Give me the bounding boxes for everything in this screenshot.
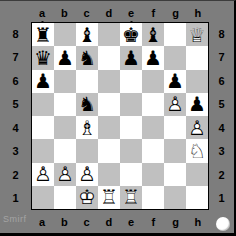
piece-white-knight[interactable]: ♞♘ <box>186 139 208 162</box>
square-d3[interactable] <box>98 139 120 162</box>
piece-outline: ♕ <box>186 23 208 46</box>
piece-white-pawn[interactable]: ♟♙ <box>164 93 186 116</box>
rank-right-label-3: 3 <box>209 140 234 164</box>
rank-right-label-7: 7 <box>209 46 234 70</box>
square-d2[interactable] <box>98 163 120 186</box>
rank-labels-left: 87654321 <box>0 22 31 210</box>
file-bottom-label-d: d <box>98 214 120 229</box>
rank-left-label-5: 5 <box>0 93 31 117</box>
square-b4[interactable] <box>54 116 76 139</box>
piece-black-pawn[interactable]: ♟ <box>142 46 164 69</box>
square-h6[interactable] <box>186 70 208 93</box>
piece-glyph: ♝ <box>142 23 164 46</box>
square-f5[interactable] <box>142 93 164 116</box>
file-top-label-f: f <box>142 5 164 20</box>
square-a3[interactable] <box>32 139 54 162</box>
square-b2[interactable]: ♟♙ <box>54 163 76 186</box>
square-c2[interactable]: ♟♙ <box>76 163 98 186</box>
square-a4[interactable] <box>32 116 54 139</box>
piece-black-pawn[interactable]: ♟ <box>186 93 208 116</box>
piece-glyph: ♚ <box>120 23 142 46</box>
file-labels-top: abcdefgh <box>31 5 209 20</box>
square-f7[interactable]: ♟ <box>142 46 164 69</box>
square-e6[interactable] <box>120 70 142 93</box>
file-bottom-label-e: e <box>120 214 142 229</box>
chessboard-frame: abcdefgh abcdefgh 87654321 87654321 ♜♝♚♝… <box>0 0 236 236</box>
square-e5[interactable] <box>120 93 142 116</box>
square-f4[interactable] <box>142 116 164 139</box>
piece-glyph: ♞ <box>76 93 98 116</box>
piece-outline: ♖ <box>98 186 120 209</box>
file-top-label-b: b <box>53 5 75 20</box>
piece-black-bishop[interactable]: ♝ <box>76 23 98 46</box>
square-h1[interactable] <box>186 186 208 209</box>
piece-white-pawn[interactable]: ♟♙ <box>54 163 76 186</box>
piece-outline: ♘ <box>186 139 208 162</box>
piece-black-knight[interactable]: ♞ <box>76 46 98 69</box>
piece-glyph: ♟ <box>186 93 208 116</box>
square-e8[interactable]: ♚ <box>120 23 142 46</box>
app-watermark: Smirf <box>3 214 27 224</box>
chess-board[interactable]: ♜♝♚♝♛♕♛♟♞♟♟♟♟♞♟♙♟♝♗♟♙♞♘♟♙♟♙♟♙♚♔♜♖♜♖ <box>31 22 209 210</box>
piece-black-pawn[interactable]: ♟ <box>164 70 186 93</box>
rank-left-label-8: 8 <box>0 22 31 46</box>
file-labels-bottom: abcdefgh <box>31 214 209 229</box>
square-f3[interactable] <box>142 139 164 162</box>
piece-outline: ♔ <box>76 186 98 209</box>
piece-black-pawn[interactable]: ♟ <box>54 46 76 69</box>
square-e1[interactable]: ♜♖ <box>120 186 142 209</box>
side-to-move-indicator <box>216 217 230 231</box>
rank-left-label-3: 3 <box>0 140 31 164</box>
rank-right-label-4: 4 <box>209 116 234 140</box>
square-d8[interactable] <box>98 23 120 46</box>
square-b1[interactable] <box>54 186 76 209</box>
piece-glyph: ♞ <box>76 46 98 69</box>
piece-outline: ♙ <box>76 163 98 186</box>
rank-right-label-1: 1 <box>209 187 234 211</box>
piece-white-king[interactable]: ♚♔ <box>76 186 98 209</box>
piece-black-queen[interactable]: ♛ <box>32 46 54 69</box>
piece-glyph: ♟ <box>164 70 186 93</box>
square-c7[interactable]: ♞ <box>76 46 98 69</box>
square-b3[interactable] <box>54 139 76 162</box>
piece-outline: ♙ <box>32 163 54 186</box>
file-top-label-g: g <box>165 5 187 20</box>
square-f2[interactable] <box>142 163 164 186</box>
piece-black-rook[interactable]: ♜ <box>32 23 54 46</box>
square-g2[interactable] <box>164 163 186 186</box>
piece-glyph: ♟ <box>142 46 164 69</box>
square-g5[interactable]: ♟♙ <box>164 93 186 116</box>
square-a1[interactable] <box>32 186 54 209</box>
piece-white-rook[interactable]: ♜♖ <box>98 186 120 209</box>
piece-white-bishop[interactable]: ♝♗ <box>76 116 98 139</box>
square-h4[interactable]: ♟♙ <box>186 116 208 139</box>
rank-left-label-7: 7 <box>0 46 31 70</box>
square-h7[interactable] <box>186 46 208 69</box>
file-bottom-label-a: a <box>31 214 53 229</box>
square-c6[interactable] <box>76 70 98 93</box>
piece-white-pawn[interactable]: ♟♙ <box>76 163 98 186</box>
piece-black-pawn[interactable]: ♟ <box>32 70 54 93</box>
rank-left-label-4: 4 <box>0 116 31 140</box>
square-g4[interactable] <box>164 116 186 139</box>
square-c8[interactable]: ♝ <box>76 23 98 46</box>
square-h3[interactable]: ♞♘ <box>186 139 208 162</box>
square-d1[interactable]: ♜♖ <box>98 186 120 209</box>
piece-white-rook[interactable]: ♜♖ <box>120 186 142 209</box>
square-b8[interactable] <box>54 23 76 46</box>
square-b6[interactable] <box>54 70 76 93</box>
file-bottom-label-g: g <box>165 214 187 229</box>
piece-black-pawn[interactable]: ♟ <box>120 46 142 69</box>
square-h2[interactable] <box>186 163 208 186</box>
square-f8[interactable]: ♝ <box>142 23 164 46</box>
file-top-label-e: e <box>120 5 142 20</box>
piece-outline: ♙ <box>164 93 186 116</box>
square-e7[interactable]: ♟ <box>120 46 142 69</box>
square-g7[interactable] <box>164 46 186 69</box>
square-c5[interactable]: ♞ <box>76 93 98 116</box>
piece-black-bishop[interactable]: ♝ <box>142 23 164 46</box>
piece-glyph: ♟ <box>54 46 76 69</box>
square-a7[interactable]: ♛ <box>32 46 54 69</box>
square-f1[interactable] <box>142 186 164 209</box>
square-b7[interactable]: ♟ <box>54 46 76 69</box>
piece-white-queen[interactable]: ♛♕ <box>186 23 208 46</box>
file-bottom-label-f: f <box>142 214 164 229</box>
piece-glyph: ♛ <box>32 46 54 69</box>
file-top-label-h: h <box>187 5 209 20</box>
square-e2[interactable] <box>120 163 142 186</box>
piece-glyph: ♟ <box>120 46 142 69</box>
square-a2[interactable]: ♟♙ <box>32 163 54 186</box>
square-d5[interactable] <box>98 93 120 116</box>
rank-left-label-1: 1 <box>0 187 31 211</box>
rank-right-label-6: 6 <box>209 69 234 93</box>
square-c1[interactable]: ♚♔ <box>76 186 98 209</box>
square-e4[interactable] <box>120 116 142 139</box>
square-f6[interactable] <box>142 70 164 93</box>
square-d4[interactable] <box>98 116 120 139</box>
file-top-label-c: c <box>76 5 98 20</box>
square-g6[interactable]: ♟ <box>164 70 186 93</box>
rank-left-label-6: 6 <box>0 69 31 93</box>
piece-outline: ♙ <box>186 116 208 139</box>
file-bottom-label-b: b <box>53 214 75 229</box>
file-bottom-label-h: h <box>187 214 209 229</box>
square-g1[interactable] <box>164 186 186 209</box>
square-g3[interactable] <box>164 139 186 162</box>
file-top-label-d: d <box>98 5 120 20</box>
square-d7[interactable] <box>98 46 120 69</box>
square-g8[interactable] <box>164 23 186 46</box>
piece-white-pawn[interactable]: ♟♙ <box>32 163 54 186</box>
rank-labels-right: 87654321 <box>209 22 234 210</box>
rank-right-label-5: 5 <box>209 93 234 117</box>
piece-outline: ♖ <box>120 186 142 209</box>
piece-white-pawn[interactable]: ♟♙ <box>186 116 208 139</box>
piece-outline: ♙ <box>54 163 76 186</box>
rank-right-label-8: 8 <box>209 22 234 46</box>
square-a8[interactable]: ♜ <box>32 23 54 46</box>
square-e3[interactable] <box>120 139 142 162</box>
piece-glyph: ♝ <box>76 23 98 46</box>
piece-glyph: ♜ <box>32 23 54 46</box>
square-a5[interactable] <box>32 93 54 116</box>
square-c4[interactable]: ♝♗ <box>76 116 98 139</box>
piece-glyph: ♟ <box>32 70 54 93</box>
square-c3[interactable] <box>76 139 98 162</box>
rank-left-label-2: 2 <box>0 163 31 187</box>
file-top-label-a: a <box>31 5 53 20</box>
square-d6[interactable] <box>98 70 120 93</box>
square-a6[interactable]: ♟ <box>32 70 54 93</box>
square-h8[interactable]: ♛♕ <box>186 23 208 46</box>
piece-outline: ♗ <box>76 116 98 139</box>
square-b5[interactable] <box>54 93 76 116</box>
rank-right-label-2: 2 <box>209 163 234 187</box>
piece-black-knight[interactable]: ♞ <box>76 93 98 116</box>
piece-black-king[interactable]: ♚ <box>120 23 142 46</box>
file-bottom-label-c: c <box>76 214 98 229</box>
square-h5[interactable]: ♟ <box>186 93 208 116</box>
